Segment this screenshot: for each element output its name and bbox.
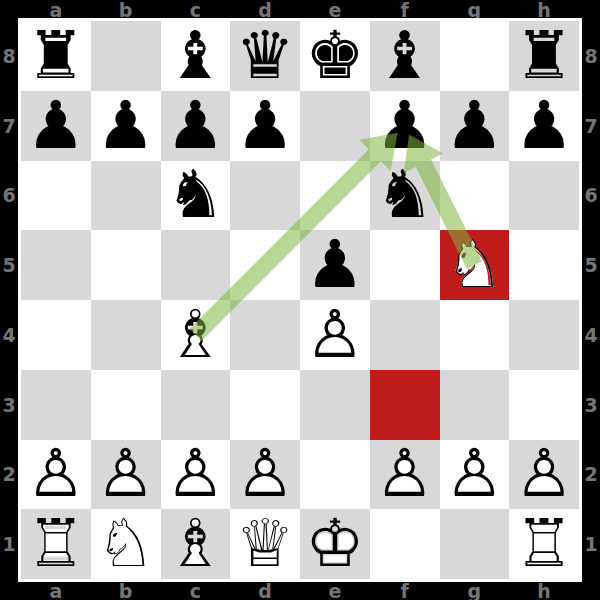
coord-label-4: 4 — [582, 300, 600, 370]
square-g8[interactable] — [440, 21, 510, 91]
white-pawn-outline: ♙ — [236, 441, 295, 507]
white-rook-outline: ♖ — [26, 511, 85, 577]
square-a2[interactable]: ♟♙ — [21, 440, 91, 510]
coord-label-h: h — [509, 581, 579, 600]
coord-label-5: 5 — [582, 230, 600, 300]
square-d8[interactable]: ♛ — [230, 21, 300, 91]
white-rook-outline: ♖ — [515, 511, 574, 577]
square-c7[interactable]: ♟ — [161, 91, 231, 161]
square-f3[interactable] — [370, 370, 440, 440]
square-a6[interactable] — [21, 161, 91, 231]
coord-label-6: 6 — [0, 161, 18, 231]
square-b3[interactable] — [91, 370, 161, 440]
square-d1[interactable]: ♛♕ — [230, 509, 300, 579]
coord-label-7: 7 — [582, 91, 600, 161]
white-knight[interactable]: ♞♘ — [440, 230, 510, 300]
coord-label-5: 5 — [0, 230, 18, 300]
square-h2[interactable]: ♟♙ — [509, 440, 579, 510]
coord-label-2: 2 — [0, 440, 18, 510]
black-pawn-glyph: ♟ — [375, 93, 434, 159]
square-e1[interactable]: ♚♔ — [300, 509, 370, 579]
square-c8[interactable]: ♝ — [161, 21, 231, 91]
square-e5[interactable]: ♟ — [300, 230, 370, 300]
square-h1[interactable]: ♜♖ — [509, 509, 579, 579]
square-b7[interactable]: ♟ — [91, 91, 161, 161]
coord-label-g: g — [440, 0, 510, 19]
black-rook[interactable]: ♜ — [509, 21, 579, 91]
square-e6[interactable] — [300, 161, 370, 231]
black-pawn-glyph: ♟ — [166, 93, 225, 159]
black-king[interactable]: ♚ — [300, 21, 370, 91]
coord-label-b: b — [91, 0, 161, 19]
square-f7[interactable]: ♟ — [370, 91, 440, 161]
rank-labels-right: 87654321 — [582, 21, 600, 579]
white-pawn[interactable]: ♟♙ — [21, 440, 91, 510]
white-pawn-outline: ♙ — [515, 441, 574, 507]
square-c2[interactable]: ♟♙ — [161, 440, 231, 510]
black-pawn[interactable]: ♟ — [300, 230, 370, 300]
square-g2[interactable]: ♟♙ — [440, 440, 510, 510]
file-labels-bottom: abcdefgh — [21, 581, 579, 600]
black-bishop[interactable]: ♝ — [161, 21, 231, 91]
white-bishop-outline: ♗ — [166, 302, 225, 368]
square-b2[interactable]: ♟♙ — [91, 440, 161, 510]
white-knight-outline: ♘ — [445, 232, 504, 298]
square-a4[interactable] — [21, 300, 91, 370]
square-h5[interactable] — [509, 230, 579, 300]
square-f2[interactable]: ♟♙ — [370, 440, 440, 510]
black-pawn[interactable]: ♟ — [161, 91, 231, 161]
square-h7[interactable]: ♟ — [509, 91, 579, 161]
square-e8[interactable]: ♚ — [300, 21, 370, 91]
white-pawn-outline: ♙ — [305, 302, 364, 368]
white-bishop[interactable]: ♝♗ — [161, 509, 231, 579]
black-pawn-glyph: ♟ — [96, 93, 155, 159]
black-queen-glyph: ♛ — [236, 23, 295, 89]
square-d7[interactable]: ♟ — [230, 91, 300, 161]
board-inner-border: ♜♝♛♚♝♜♟♟♟♟♟♟♟♞♞♟♞♘♝♗♟♙♟♙♟♙♟♙♟♙♟♙♟♙♟♙♜♖♞♘… — [18, 18, 582, 582]
white-king[interactable]: ♚♔ — [300, 509, 370, 579]
white-bishop-outline: ♗ — [166, 511, 225, 577]
square-c4[interactable]: ♝♗ — [161, 300, 231, 370]
coord-label-g: g — [440, 581, 510, 600]
square-f1[interactable] — [370, 509, 440, 579]
square-f5[interactable] — [370, 230, 440, 300]
coord-label-1: 1 — [0, 509, 18, 579]
square-c1[interactable]: ♝♗ — [161, 509, 231, 579]
square-c6[interactable]: ♞ — [161, 161, 231, 231]
square-g1[interactable] — [440, 509, 510, 579]
coord-label-a: a — [21, 581, 91, 600]
black-knight[interactable]: ♞ — [161, 161, 231, 231]
black-pawn-glyph: ♟ — [445, 93, 504, 159]
square-h8[interactable]: ♜ — [509, 21, 579, 91]
square-g4[interactable] — [440, 300, 510, 370]
square-h3[interactable] — [509, 370, 579, 440]
coord-label-3: 3 — [582, 370, 600, 440]
white-king-outline: ♔ — [305, 511, 364, 577]
white-pawn[interactable]: ♟♙ — [300, 300, 370, 370]
rank-labels-left: 87654321 — [0, 21, 18, 579]
black-rook-glyph: ♜ — [26, 23, 85, 89]
black-pawn-glyph: ♟ — [305, 232, 364, 298]
coord-label-6: 6 — [582, 161, 600, 231]
white-pawn-outline: ♙ — [375, 441, 434, 507]
coord-label-8: 8 — [582, 21, 600, 91]
black-pawn-glyph: ♟ — [26, 93, 85, 159]
white-bishop[interactable]: ♝♗ — [161, 300, 231, 370]
coord-label-b: b — [91, 581, 161, 600]
square-d5[interactable] — [230, 230, 300, 300]
coord-label-8: 8 — [0, 21, 18, 91]
coord-label-7: 7 — [0, 91, 18, 161]
black-pawn[interactable]: ♟ — [91, 91, 161, 161]
white-pawn[interactable]: ♟♙ — [370, 440, 440, 510]
white-rook[interactable]: ♜♖ — [509, 509, 579, 579]
white-pawn[interactable]: ♟♙ — [440, 440, 510, 510]
square-d2[interactable]: ♟♙ — [230, 440, 300, 510]
square-b5[interactable] — [91, 230, 161, 300]
coord-label-c: c — [161, 581, 231, 600]
black-pawn-glyph: ♟ — [236, 93, 295, 159]
square-b6[interactable] — [91, 161, 161, 231]
white-pawn-outline: ♙ — [166, 441, 225, 507]
white-pawn[interactable]: ♟♙ — [230, 440, 300, 510]
black-king-glyph: ♚ — [305, 23, 364, 89]
square-c3[interactable] — [161, 370, 231, 440]
square-f6[interactable]: ♞ — [370, 161, 440, 231]
chess-board[interactable]: ♜♝♛♚♝♜♟♟♟♟♟♟♟♞♞♟♞♘♝♗♟♙♟♙♟♙♟♙♟♙♟♙♟♙♟♙♜♖♞♘… — [21, 21, 579, 579]
black-knight-glyph: ♞ — [375, 162, 434, 228]
black-queen[interactable]: ♛ — [230, 21, 300, 91]
black-pawn[interactable]: ♟ — [370, 91, 440, 161]
square-a1[interactable]: ♜♖ — [21, 509, 91, 579]
white-knight[interactable]: ♞♘ — [91, 509, 161, 579]
white-pawn[interactable]: ♟♙ — [509, 440, 579, 510]
coord-label-3: 3 — [0, 370, 18, 440]
black-pawn[interactable]: ♟ — [21, 91, 91, 161]
file-labels-top: abcdefgh — [21, 0, 579, 19]
black-bishop-glyph: ♝ — [166, 23, 225, 89]
square-d3[interactable] — [230, 370, 300, 440]
white-pawn-outline: ♙ — [445, 441, 504, 507]
square-a5[interactable] — [21, 230, 91, 300]
white-pawn[interactable]: ♟♙ — [161, 440, 231, 510]
white-pawn-outline: ♙ — [26, 441, 85, 507]
square-e2[interactable] — [300, 440, 370, 510]
black-bishop-glyph: ♝ — [375, 23, 434, 89]
black-pawn[interactable]: ♟ — [509, 91, 579, 161]
black-rook-glyph: ♜ — [515, 23, 574, 89]
black-pawn[interactable]: ♟ — [230, 91, 300, 161]
white-knight-outline: ♘ — [96, 511, 155, 577]
square-a3[interactable] — [21, 370, 91, 440]
coord-label-d: d — [230, 581, 300, 600]
white-queen-outline: ♕ — [236, 511, 295, 577]
square-b8[interactable] — [91, 21, 161, 91]
square-e4[interactable]: ♟♙ — [300, 300, 370, 370]
white-rook[interactable]: ♜♖ — [21, 509, 91, 579]
coord-label-e: e — [300, 581, 370, 600]
white-pawn-outline: ♙ — [96, 441, 155, 507]
coord-label-f: f — [370, 581, 440, 600]
square-f4[interactable] — [370, 300, 440, 370]
square-e7[interactable] — [300, 91, 370, 161]
board-frame: abcdefgh abcdefgh 87654321 87654321 ♜♝♛♚… — [0, 0, 600, 600]
black-bishop[interactable]: ♝ — [370, 21, 440, 91]
square-g7[interactable]: ♟ — [440, 91, 510, 161]
square-g5[interactable]: ♞♘ — [440, 230, 510, 300]
coord-label-4: 4 — [0, 300, 18, 370]
black-knight[interactable]: ♞ — [370, 161, 440, 231]
square-b4[interactable] — [91, 300, 161, 370]
square-g6[interactable] — [440, 161, 510, 231]
coord-label-1: 1 — [582, 509, 600, 579]
square-a8[interactable]: ♜ — [21, 21, 91, 91]
coord-label-2: 2 — [582, 440, 600, 510]
black-rook[interactable]: ♜ — [21, 21, 91, 91]
black-pawn-glyph: ♟ — [515, 93, 574, 159]
square-d6[interactable] — [230, 161, 300, 231]
square-b1[interactable]: ♞♘ — [91, 509, 161, 579]
square-d4[interactable] — [230, 300, 300, 370]
square-g3[interactable] — [440, 370, 510, 440]
black-pawn[interactable]: ♟ — [440, 91, 510, 161]
square-a7[interactable]: ♟ — [21, 91, 91, 161]
black-knight-glyph: ♞ — [166, 162, 225, 228]
white-pawn[interactable]: ♟♙ — [91, 440, 161, 510]
square-c5[interactable] — [161, 230, 231, 300]
square-h6[interactable] — [509, 161, 579, 231]
square-e3[interactable] — [300, 370, 370, 440]
white-queen[interactable]: ♛♕ — [230, 509, 300, 579]
square-h4[interactable] — [509, 300, 579, 370]
square-f8[interactable]: ♝ — [370, 21, 440, 91]
